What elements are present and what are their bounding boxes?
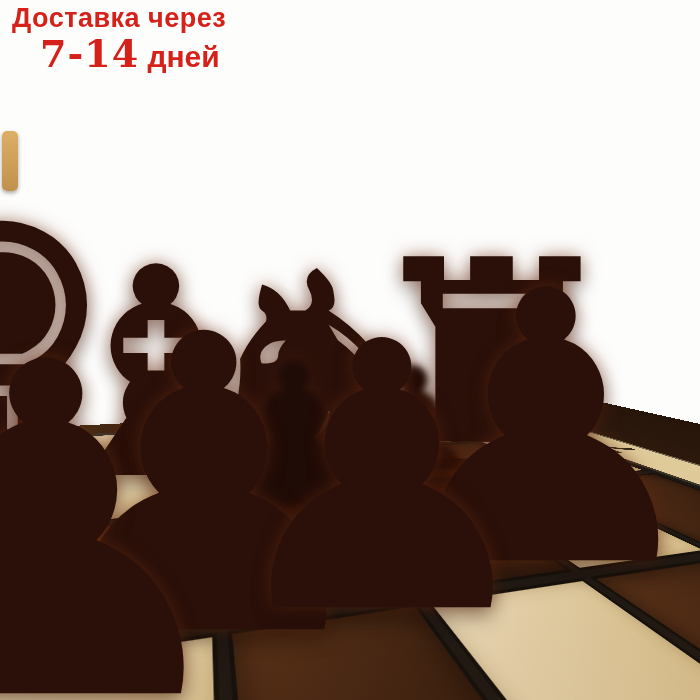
- delivery-days: 7-14: [40, 31, 139, 76]
- black-pawn-e7: ♟: [0, 304, 276, 700]
- pieces-layer: ♚♝♞♟♜♟♟♟♟♟: [0, 0, 700, 700]
- king-cross-finial: [2, 131, 18, 191]
- delivery-days-label: дней: [139, 40, 220, 73]
- delivery-banner-line2: 7-14 дней: [12, 34, 226, 74]
- delivery-banner: Доставка через 7-14 дней: [12, 4, 226, 74]
- product-photo: Доставка через 7-14 дней 87654321 ♚♝♞♟♜♟…: [0, 0, 700, 700]
- delivery-banner-line1: Доставка через: [12, 4, 226, 32]
